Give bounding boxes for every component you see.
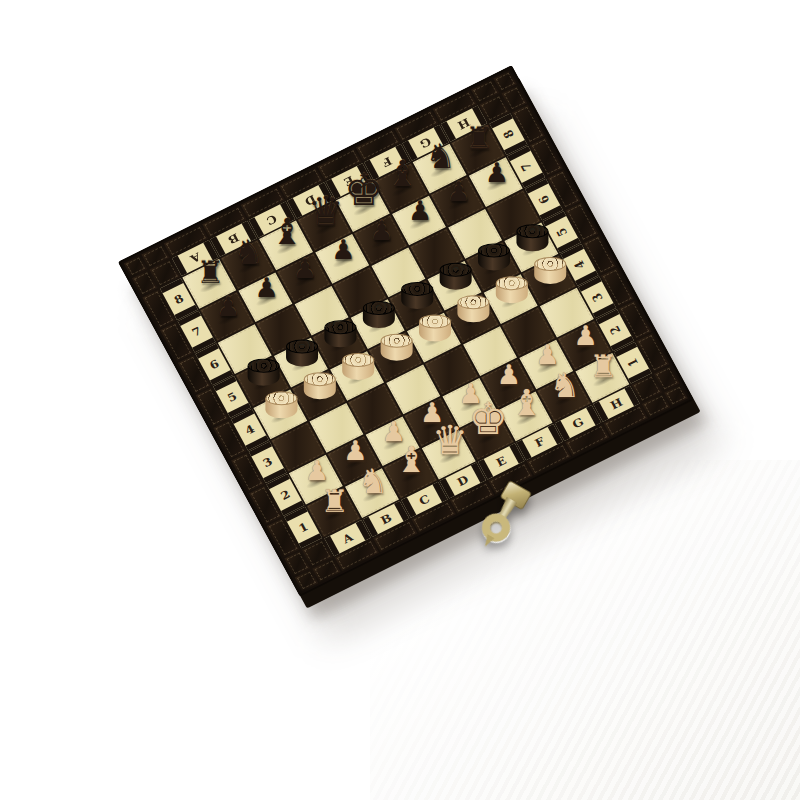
file-label: H <box>608 396 625 412</box>
black-queen-d8: ♛ <box>308 191 344 231</box>
black-knight-b8: ♞ <box>233 235 263 269</box>
rank-label: 2 <box>607 324 623 337</box>
dark-checker-e5 <box>401 282 433 309</box>
light-checker-c4 <box>342 353 374 380</box>
light-checker-h4 <box>534 257 566 284</box>
rank-label: 3 <box>261 455 275 470</box>
checker-top <box>419 314 451 328</box>
light-checker-a4 <box>265 391 297 418</box>
light-checker-e4 <box>419 314 451 341</box>
checker-top <box>534 257 566 271</box>
checker-top <box>496 276 528 290</box>
black-knight-g8: ♞ <box>425 139 455 173</box>
white-bishop-f1: ♝ <box>510 385 542 421</box>
rank-label: 6 <box>536 193 552 206</box>
black-rook-h8: ♜ <box>465 122 493 153</box>
dark-checker-d5 <box>363 301 395 328</box>
file-label: A <box>340 531 355 546</box>
checker-top <box>286 339 318 353</box>
rank-label: 6 <box>208 357 222 372</box>
rank-label: 8 <box>172 292 186 307</box>
rank-label: 5 <box>225 390 239 405</box>
file-label: B <box>378 511 393 527</box>
file-label: D <box>455 473 471 489</box>
black-pawn-f7: ♟ <box>408 197 432 224</box>
black-bishop-c8: ♝ <box>271 214 303 250</box>
checker-top <box>478 243 510 257</box>
white-pawn-h2: ♟ <box>574 322 598 349</box>
black-pawn-e7: ♟ <box>370 216 394 243</box>
black-king-e8: ♚ <box>344 168 383 212</box>
black-rook-a8: ♜ <box>196 257 224 288</box>
checker-top <box>248 359 280 373</box>
rank-label: 5 <box>554 226 570 239</box>
clasp-ring <box>477 508 515 546</box>
checker-top <box>401 282 433 296</box>
white-pawn-a2: ♟ <box>305 456 329 483</box>
dark-checker-g5 <box>478 243 510 270</box>
black-pawn-c7: ♟ <box>293 255 317 282</box>
rank-label: 3 <box>589 291 605 304</box>
rank-label: 4 <box>243 422 257 437</box>
black-pawn-d7: ♟ <box>331 236 355 263</box>
white-rook-h1: ♜ <box>589 351 617 382</box>
light-checker-b4 <box>304 372 336 399</box>
light-checker-d4 <box>381 334 413 361</box>
black-pawn-h7: ♟ <box>485 159 509 186</box>
dark-checker-b5 <box>286 339 318 366</box>
checker-top <box>342 353 374 367</box>
checker-top <box>304 372 336 386</box>
rank-label: 2 <box>279 487 293 502</box>
light-checker-g4 <box>496 276 528 303</box>
rank-label: 1 <box>625 356 641 369</box>
white-king-e1: ♚ <box>468 396 507 440</box>
dark-checker-a5 <box>248 359 280 386</box>
white-knight-b1: ♞ <box>358 463 388 497</box>
checker-top <box>457 295 489 309</box>
black-pawn-g7: ♟ <box>446 178 470 205</box>
rank-label: 8 <box>500 128 516 141</box>
checker-top <box>363 301 395 315</box>
white-knight-g1: ♞ <box>550 367 580 401</box>
black-pawn-b7: ♟ <box>254 274 278 301</box>
rank-label: 1 <box>296 520 310 535</box>
checker-top <box>440 263 472 277</box>
checker-top <box>265 391 297 405</box>
light-checker-f4 <box>457 295 489 322</box>
checker-top <box>324 320 356 334</box>
white-queen-d1: ♛ <box>432 419 468 459</box>
black-bishop-f8: ♝ <box>386 156 418 192</box>
file-label: C <box>417 492 432 507</box>
white-bishop-c1: ♝ <box>395 442 427 478</box>
rank-label: 4 <box>571 258 587 271</box>
dark-checker-f5 <box>440 263 472 290</box>
rank-label: 7 <box>518 160 534 173</box>
rank-label: 7 <box>190 324 204 339</box>
black-pawn-a7: ♟ <box>216 293 240 320</box>
white-rook-a1: ♜ <box>321 485 349 516</box>
dark-checker-c5 <box>324 320 356 347</box>
checker-top <box>516 224 548 238</box>
file-label: F <box>533 435 547 450</box>
dark-checker-h5 <box>516 224 548 251</box>
file-label: E <box>494 454 508 469</box>
file-label: G <box>570 415 585 431</box>
checker-top <box>381 334 413 348</box>
